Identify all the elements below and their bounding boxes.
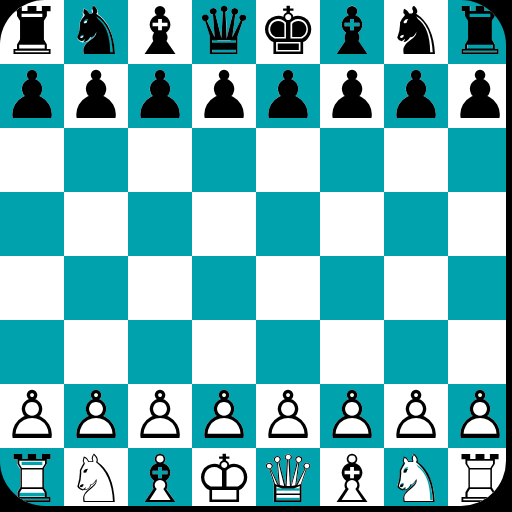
square-c4[interactable] (128, 256, 192, 320)
piece-black-pawn: ♙♟ (256, 64, 320, 128)
black-piece-detail-layer: ♘ (386, 0, 445, 64)
piece-black-knight: ♘♞ (64, 0, 128, 64)
white-piece-fill-layer: ♟ (2, 384, 61, 448)
black-piece-detail-layer: ♘ (66, 0, 125, 64)
black-piece-detail-layer: ♙ (258, 64, 317, 128)
square-f4[interactable] (320, 256, 384, 320)
square-h6[interactable] (448, 128, 506, 192)
white-piece-fill-layer: ♜ (2, 448, 61, 506)
square-g7[interactable]: ♙♟ (384, 64, 448, 128)
piece-black-pawn: ♙♟ (320, 64, 384, 128)
piece-white-pawn: ♟♙ (384, 384, 448, 448)
square-g2[interactable]: ♟♙ (384, 384, 448, 448)
square-d6[interactable] (192, 128, 256, 192)
white-piece-fill-layer: ♟ (66, 384, 125, 448)
piece-black-rook: ♖♜ (448, 0, 506, 64)
square-g6[interactable] (384, 128, 448, 192)
black-piece-body-layer: ♞ (66, 0, 125, 64)
black-piece-detail-layer: ♗ (130, 0, 189, 64)
square-a3[interactable] (0, 320, 64, 384)
black-piece-detail-layer: ♙ (66, 64, 125, 128)
piece-white-king: ♚♔ (192, 448, 256, 506)
piece-black-knight: ♘♞ (384, 0, 448, 64)
black-piece-body-layer: ♜ (450, 0, 506, 64)
square-e8[interactable]: ♔♚ (256, 0, 320, 64)
square-f1[interactable]: ♝♗ (320, 448, 384, 506)
black-piece-detail-layer: ♙ (194, 64, 253, 128)
square-e1[interactable]: ♛♕ (256, 448, 320, 506)
piece-white-knight: ♞♘ (64, 448, 128, 506)
square-c1[interactable]: ♝♗ (128, 448, 192, 506)
white-piece-outline-layer: ♖ (2, 448, 61, 506)
piece-black-pawn: ♙♟ (384, 64, 448, 128)
white-piece-fill-layer: ♟ (130, 384, 189, 448)
white-piece-outline-layer: ♔ (194, 448, 253, 506)
square-b8[interactable]: ♘♞ (64, 0, 128, 64)
black-piece-detail-layer: ♕ (194, 0, 253, 64)
square-f5[interactable] (320, 192, 384, 256)
piece-black-bishop: ♗♝ (128, 0, 192, 64)
square-c6[interactable] (128, 128, 192, 192)
square-b6[interactable] (64, 128, 128, 192)
square-a1[interactable]: ♜♖ (0, 448, 64, 506)
square-c7[interactable]: ♙♟ (128, 64, 192, 128)
piece-white-rook: ♜♖ (0, 448, 64, 506)
square-d8[interactable]: ♕♛ (192, 0, 256, 64)
white-piece-fill-layer: ♟ (258, 384, 317, 448)
white-piece-fill-layer: ♚ (194, 448, 253, 506)
black-piece-body-layer: ♟ (194, 64, 253, 128)
square-f2[interactable]: ♟♙ (320, 384, 384, 448)
square-a4[interactable] (0, 256, 64, 320)
piece-black-bishop: ♗♝ (320, 0, 384, 64)
piece-white-rook: ♜♖ (448, 448, 506, 506)
black-piece-body-layer: ♟ (258, 64, 317, 128)
piece-black-pawn: ♙♟ (64, 64, 128, 128)
white-piece-fill-layer: ♟ (450, 384, 506, 448)
white-piece-outline-layer: ♙ (386, 384, 445, 448)
black-piece-body-layer: ♟ (322, 64, 381, 128)
square-e5[interactable] (256, 192, 320, 256)
square-h4[interactable] (448, 256, 506, 320)
piece-white-pawn: ♟♙ (320, 384, 384, 448)
square-b4[interactable] (64, 256, 128, 320)
square-d1[interactable]: ♚♔ (192, 448, 256, 506)
piece-white-pawn: ♟♙ (128, 384, 192, 448)
square-g4[interactable] (384, 256, 448, 320)
white-piece-outline-layer: ♖ (450, 448, 506, 506)
white-piece-outline-layer: ♙ (322, 384, 381, 448)
square-f3[interactable] (320, 320, 384, 384)
black-piece-body-layer: ♟ (450, 64, 506, 128)
square-b1[interactable]: ♞♘ (64, 448, 128, 506)
white-piece-outline-layer: ♙ (450, 384, 506, 448)
black-piece-detail-layer: ♖ (450, 0, 506, 64)
piece-white-queen: ♛♕ (256, 448, 320, 506)
black-piece-body-layer: ♞ (386, 0, 445, 64)
square-h5[interactable] (448, 192, 506, 256)
square-c5[interactable] (128, 192, 192, 256)
piece-black-rook: ♖♜ (0, 0, 64, 64)
square-a6[interactable] (0, 128, 64, 192)
black-piece-body-layer: ♚ (258, 0, 317, 64)
piece-black-king: ♔♚ (256, 0, 320, 64)
black-piece-detail-layer: ♙ (450, 64, 506, 128)
square-f6[interactable] (320, 128, 384, 192)
white-piece-fill-layer: ♟ (322, 384, 381, 448)
white-piece-fill-layer: ♞ (386, 448, 445, 506)
square-f8[interactable]: ♗♝ (320, 0, 384, 64)
square-e2[interactable]: ♟♙ (256, 384, 320, 448)
white-piece-outline-layer: ♙ (2, 384, 61, 448)
square-c8[interactable]: ♗♝ (128, 0, 192, 64)
white-piece-fill-layer: ♟ (194, 384, 253, 448)
square-b7[interactable]: ♙♟ (64, 64, 128, 128)
white-piece-fill-layer: ♞ (66, 448, 125, 506)
square-f7[interactable]: ♙♟ (320, 64, 384, 128)
black-piece-body-layer: ♟ (130, 64, 189, 128)
square-c2[interactable]: ♟♙ (128, 384, 192, 448)
square-h7[interactable]: ♙♟ (448, 64, 506, 128)
piece-black-pawn: ♙♟ (128, 64, 192, 128)
white-piece-fill-layer: ♟ (386, 384, 445, 448)
piece-white-pawn: ♟♙ (0, 384, 64, 448)
square-b5[interactable] (64, 192, 128, 256)
piece-white-pawn: ♟♙ (192, 384, 256, 448)
white-piece-outline-layer: ♙ (130, 384, 189, 448)
black-piece-detail-layer: ♔ (258, 0, 317, 64)
piece-white-knight: ♞♘ (384, 448, 448, 506)
white-piece-outline-layer: ♙ (194, 384, 253, 448)
square-d4[interactable] (192, 256, 256, 320)
square-g3[interactable] (384, 320, 448, 384)
black-piece-detail-layer: ♙ (322, 64, 381, 128)
square-d3[interactable] (192, 320, 256, 384)
square-b3[interactable] (64, 320, 128, 384)
black-piece-body-layer: ♟ (2, 64, 61, 128)
square-e6[interactable] (256, 128, 320, 192)
white-piece-outline-layer: ♘ (386, 448, 445, 506)
square-d5[interactable] (192, 192, 256, 256)
square-h1[interactable]: ♜♖ (448, 448, 506, 506)
black-piece-body-layer: ♟ (386, 64, 445, 128)
piece-black-pawn: ♙♟ (192, 64, 256, 128)
square-g5[interactable] (384, 192, 448, 256)
white-piece-outline-layer: ♙ (66, 384, 125, 448)
white-piece-fill-layer: ♝ (130, 448, 189, 506)
square-a5[interactable] (0, 192, 64, 256)
piece-white-pawn: ♟♙ (256, 384, 320, 448)
white-piece-outline-layer: ♙ (258, 384, 317, 448)
square-c3[interactable] (128, 320, 192, 384)
square-g1[interactable]: ♞♘ (384, 448, 448, 506)
square-e7[interactable]: ♙♟ (256, 64, 320, 128)
white-piece-outline-layer: ♗ (322, 448, 381, 506)
black-piece-detail-layer: ♗ (322, 0, 381, 64)
white-piece-outline-layer: ♕ (258, 448, 317, 506)
black-piece-body-layer: ♝ (130, 0, 189, 64)
black-piece-detail-layer: ♖ (2, 0, 61, 64)
piece-white-pawn: ♟♙ (448, 384, 506, 448)
black-piece-body-layer: ♟ (66, 64, 125, 128)
square-g8[interactable]: ♘♞ (384, 0, 448, 64)
square-a2[interactable]: ♟♙ (0, 384, 64, 448)
square-d2[interactable]: ♟♙ (192, 384, 256, 448)
square-d7[interactable]: ♙♟ (192, 64, 256, 128)
black-piece-detail-layer: ♙ (2, 64, 61, 128)
square-a7[interactable]: ♙♟ (0, 64, 64, 128)
piece-black-pawn: ♙♟ (0, 64, 64, 128)
black-piece-body-layer: ♜ (2, 0, 61, 64)
piece-black-queen: ♕♛ (192, 0, 256, 64)
white-piece-fill-layer: ♛ (258, 448, 317, 506)
piece-white-bishop: ♝♗ (128, 448, 192, 506)
square-e4[interactable] (256, 256, 320, 320)
black-piece-body-layer: ♛ (194, 0, 253, 64)
white-piece-fill-layer: ♜ (450, 448, 506, 506)
square-a8[interactable]: ♖♜ (0, 0, 64, 64)
piece-black-pawn: ♙♟ (448, 64, 506, 128)
square-h2[interactable]: ♟♙ (448, 384, 506, 448)
square-h3[interactable] (448, 320, 506, 384)
black-piece-detail-layer: ♙ (386, 64, 445, 128)
white-piece-outline-layer: ♘ (66, 448, 125, 506)
black-piece-body-layer: ♝ (322, 0, 381, 64)
square-b2[interactable]: ♟♙ (64, 384, 128, 448)
black-piece-detail-layer: ♙ (130, 64, 189, 128)
white-piece-fill-layer: ♝ (322, 448, 381, 506)
white-piece-outline-layer: ♗ (130, 448, 189, 506)
square-h8[interactable]: ♖♜ (448, 0, 506, 64)
chess-app-icon: ♖♜♘♞♗♝♕♛♔♚♗♝♘♞♖♜♙♟♙♟♙♟♙♟♙♟♙♟♙♟♙♟♟♙♟♙♟♙♟♙… (0, 0, 512, 512)
square-e3[interactable] (256, 320, 320, 384)
chess-board: ♖♜♘♞♗♝♕♛♔♚♗♝♘♞♖♜♙♟♙♟♙♟♙♟♙♟♙♟♙♟♙♟♟♙♟♙♟♙♟♙… (0, 0, 506, 506)
piece-white-pawn: ♟♙ (64, 384, 128, 448)
piece-white-bishop: ♝♗ (320, 448, 384, 506)
